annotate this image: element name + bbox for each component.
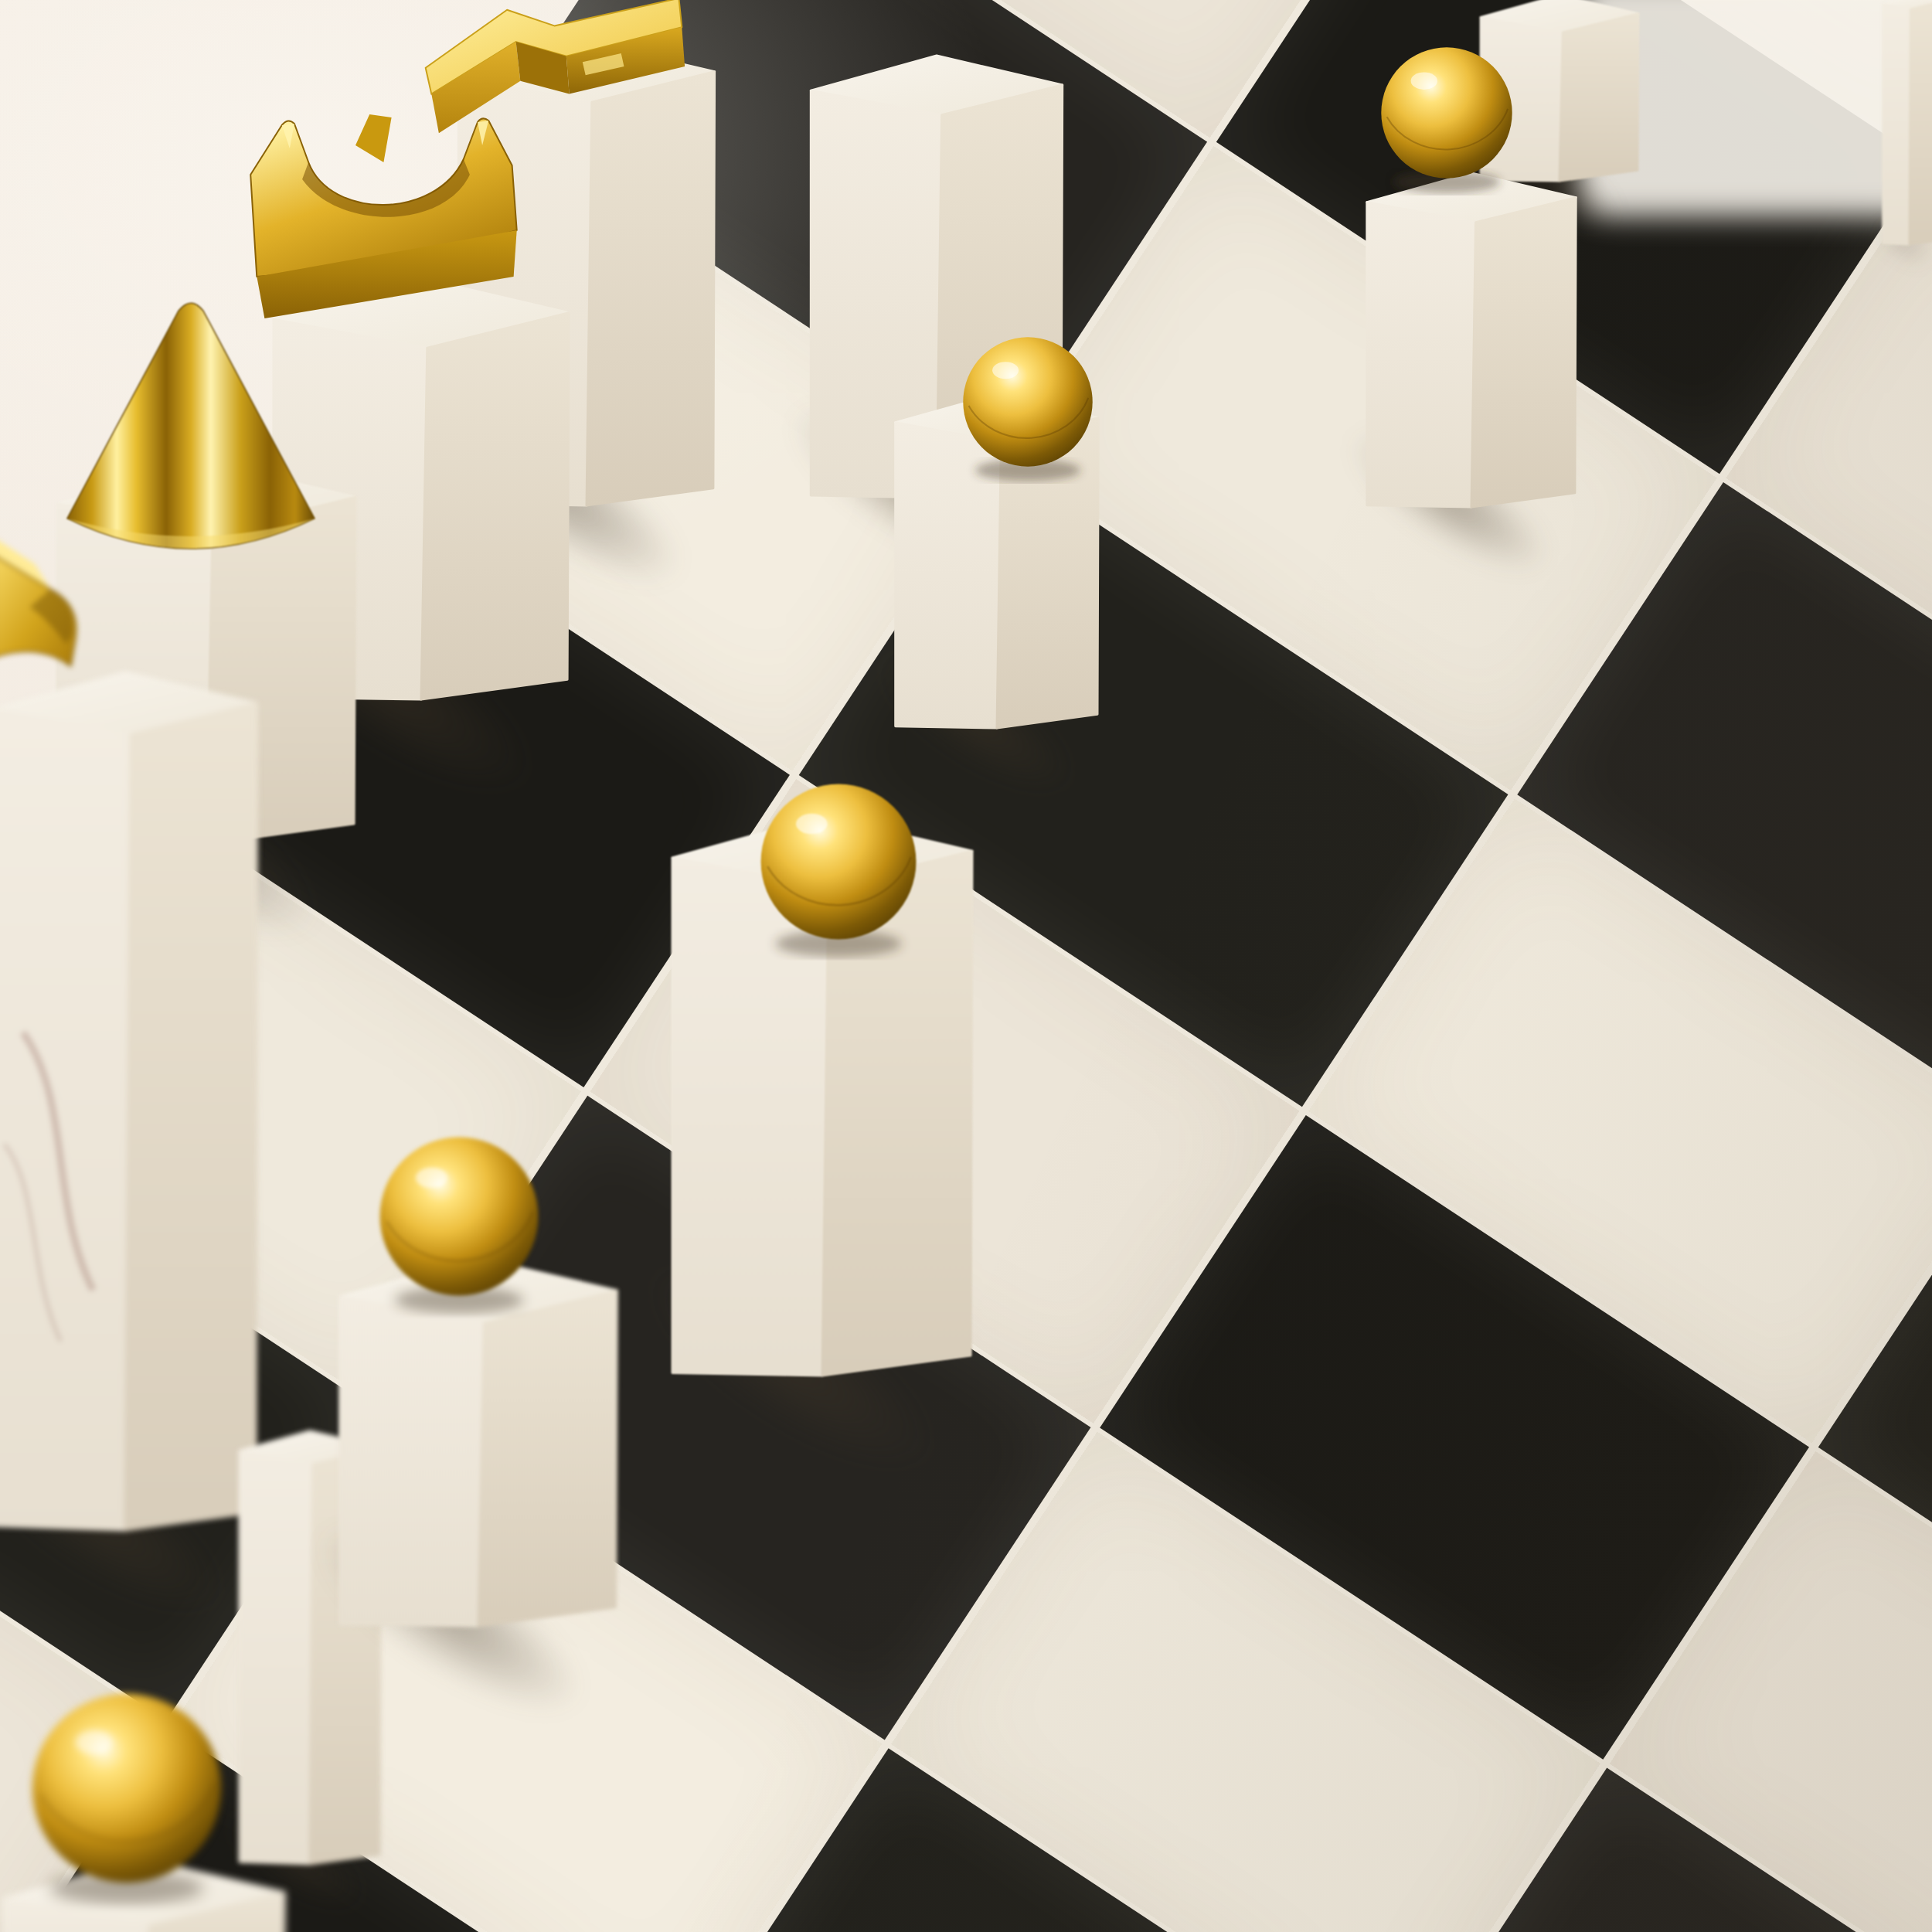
gold-sphere-pawn-top bbox=[760, 783, 917, 959]
gold-sphere-pawn-top bbox=[1380, 46, 1513, 196]
chess-photo-scene bbox=[0, 0, 1932, 1932]
marble-base-block bbox=[0, 672, 260, 1530]
marble-base-block bbox=[1883, 0, 1932, 244]
gold-sphere-pawn-top bbox=[379, 1136, 539, 1316]
gold-sphere-pawn-top bbox=[962, 336, 1094, 483]
gold-cone-bishop-top bbox=[63, 298, 318, 573]
gold-curl-knight-top bbox=[0, 530, 96, 767]
marble-base-block bbox=[1365, 173, 1578, 507]
gold-sphere-pawn-top bbox=[31, 1692, 223, 1907]
